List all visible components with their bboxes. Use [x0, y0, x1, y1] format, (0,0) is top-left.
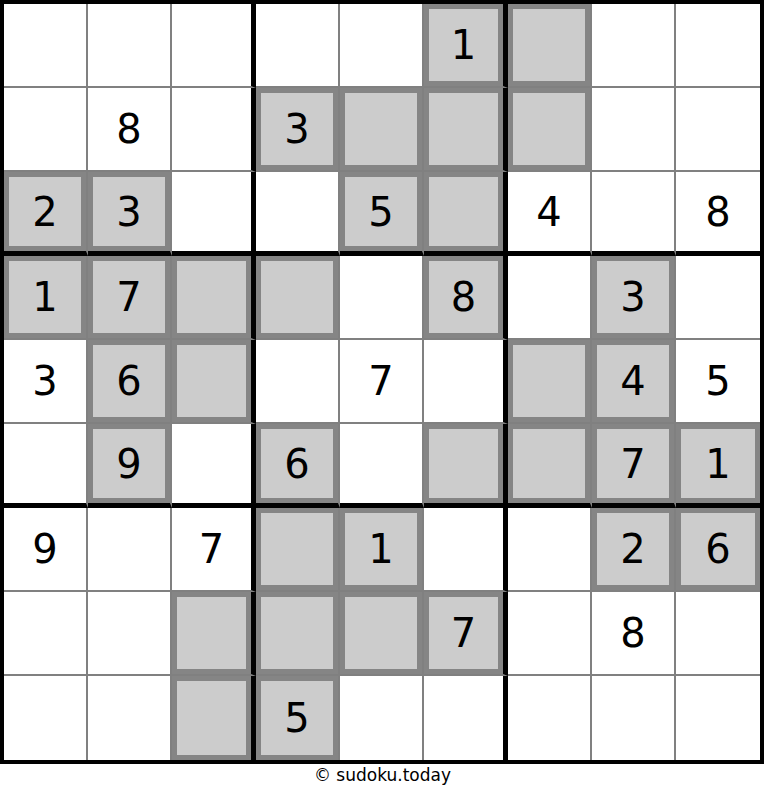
cell-r6c7[interactable] — [508, 424, 592, 508]
cell-r9c5[interactable] — [340, 676, 424, 760]
cell-r5c1[interactable]: 3 — [4, 340, 88, 424]
cell-r8c9[interactable] — [676, 592, 760, 676]
cell-r6c6[interactable] — [424, 424, 508, 508]
cell-r6c9[interactable]: 1 — [676, 424, 760, 508]
cell-r9c4[interactable]: 5 — [256, 676, 340, 760]
cell-r7c7[interactable] — [508, 508, 592, 592]
cell-r8c1[interactable] — [4, 592, 88, 676]
sudoku-board: 18323548178336745967197126785 — [0, 0, 764, 764]
cell-r7c1[interactable]: 9 — [4, 508, 88, 592]
cell-r8c2[interactable] — [88, 592, 172, 676]
cell-r5c5[interactable]: 7 — [340, 340, 424, 424]
credit-text: © sudoku.today — [314, 765, 451, 785]
cell-r4c6[interactable]: 8 — [424, 256, 508, 340]
cell-r2c4[interactable]: 3 — [256, 88, 340, 172]
cell-r8c8[interactable]: 8 — [592, 592, 676, 676]
cell-r8c7[interactable] — [508, 592, 592, 676]
cell-r3c2[interactable]: 3 — [88, 172, 172, 256]
cell-r1c2[interactable] — [88, 4, 172, 88]
cell-r1c5[interactable] — [340, 4, 424, 88]
cell-r9c7[interactable] — [508, 676, 592, 760]
cell-r3c5[interactable]: 5 — [340, 172, 424, 256]
cell-r7c5[interactable]: 1 — [340, 508, 424, 592]
cell-r4c7[interactable] — [508, 256, 592, 340]
cell-r2c9[interactable] — [676, 88, 760, 172]
cell-r7c3[interactable]: 7 — [172, 508, 256, 592]
cell-r1c6[interactable]: 1 — [424, 4, 508, 88]
cell-r5c4[interactable] — [256, 340, 340, 424]
cell-r8c6[interactable]: 7 — [424, 592, 508, 676]
cell-r7c6[interactable] — [424, 508, 508, 592]
cell-r5c9[interactable]: 5 — [676, 340, 760, 424]
cell-r6c2[interactable]: 9 — [88, 424, 172, 508]
cell-r3c6[interactable] — [424, 172, 508, 256]
cell-r2c2[interactable]: 8 — [88, 88, 172, 172]
cell-r5c7[interactable] — [508, 340, 592, 424]
cell-r5c2[interactable]: 6 — [88, 340, 172, 424]
cell-r9c3[interactable] — [172, 676, 256, 760]
cell-r1c1[interactable] — [4, 4, 88, 88]
cell-r7c9[interactable]: 6 — [676, 508, 760, 592]
cell-r4c4[interactable] — [256, 256, 340, 340]
cell-r5c8[interactable]: 4 — [592, 340, 676, 424]
cell-r5c6[interactable] — [424, 340, 508, 424]
cell-r3c3[interactable] — [172, 172, 256, 256]
cell-r8c4[interactable] — [256, 592, 340, 676]
cell-r2c7[interactable] — [508, 88, 592, 172]
cell-r9c8[interactable] — [592, 676, 676, 760]
cell-r3c9[interactable]: 8 — [676, 172, 760, 256]
cell-r6c5[interactable] — [340, 424, 424, 508]
cell-r2c6[interactable] — [424, 88, 508, 172]
cell-r1c8[interactable] — [592, 4, 676, 88]
cell-r1c7[interactable] — [508, 4, 592, 88]
cell-r7c2[interactable] — [88, 508, 172, 592]
cell-r4c9[interactable] — [676, 256, 760, 340]
cell-r4c8[interactable]: 3 — [592, 256, 676, 340]
cell-r9c6[interactable] — [424, 676, 508, 760]
cell-r3c8[interactable] — [592, 172, 676, 256]
cell-r3c7[interactable]: 4 — [508, 172, 592, 256]
cell-r6c3[interactable] — [172, 424, 256, 508]
cell-r9c2[interactable] — [88, 676, 172, 760]
cell-r2c3[interactable] — [172, 88, 256, 172]
sudoku-page: 18323548178336745967197126785 © sudoku.t… — [0, 0, 765, 785]
cell-r7c8[interactable]: 2 — [592, 508, 676, 592]
cell-r6c8[interactable]: 7 — [592, 424, 676, 508]
cell-r4c2[interactable]: 7 — [88, 256, 172, 340]
cell-r9c1[interactable] — [4, 676, 88, 760]
cell-r5c3[interactable] — [172, 340, 256, 424]
cell-r8c5[interactable] — [340, 592, 424, 676]
cell-r1c9[interactable] — [676, 4, 760, 88]
cell-r8c3[interactable] — [172, 592, 256, 676]
cell-r2c5[interactable] — [340, 88, 424, 172]
cell-r6c4[interactable]: 6 — [256, 424, 340, 508]
footer: © sudoku.today — [0, 764, 765, 785]
cell-r4c5[interactable] — [340, 256, 424, 340]
cell-r2c1[interactable] — [4, 88, 88, 172]
cell-r2c8[interactable] — [592, 88, 676, 172]
cell-r1c3[interactable] — [172, 4, 256, 88]
cell-r1c4[interactable] — [256, 4, 340, 88]
cell-r3c4[interactable] — [256, 172, 340, 256]
cell-r9c9[interactable] — [676, 676, 760, 760]
cell-r7c4[interactable] — [256, 508, 340, 592]
cell-r6c1[interactable] — [4, 424, 88, 508]
cell-r4c1[interactable]: 1 — [4, 256, 88, 340]
cell-r4c3[interactable] — [172, 256, 256, 340]
cell-r3c1[interactable]: 2 — [4, 172, 88, 256]
